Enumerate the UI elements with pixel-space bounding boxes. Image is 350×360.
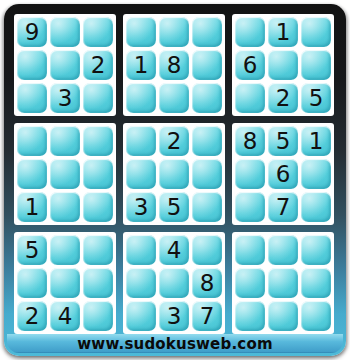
- cell-r1c1[interactable]: 9: [17, 17, 47, 47]
- cell-r7c5[interactable]: 4: [159, 235, 189, 265]
- cell-r7c1[interactable]: 5: [17, 235, 47, 265]
- cell-r9c3[interactable]: [83, 301, 113, 331]
- cell-r5c9[interactable]: [301, 159, 331, 189]
- cell-r6c8[interactable]: 7: [268, 192, 298, 222]
- cell-r4c9[interactable]: 1: [301, 126, 331, 156]
- cell-r5c7[interactable]: [235, 159, 265, 189]
- cell-r1c5[interactable]: [159, 17, 189, 47]
- box-r1c1: 923: [14, 14, 116, 116]
- cell-r5c8[interactable]: 6: [268, 159, 298, 189]
- cell-r9c7[interactable]: [235, 301, 265, 331]
- cell-r5c1[interactable]: [17, 159, 47, 189]
- cell-r2c6[interactable]: [192, 50, 222, 80]
- cell-r2c4[interactable]: 1: [126, 50, 156, 80]
- cell-r1c3[interactable]: [83, 17, 113, 47]
- cell-r5c5[interactable]: [159, 159, 189, 189]
- cell-r6c2[interactable]: [50, 192, 80, 222]
- cell-r7c6[interactable]: [192, 235, 222, 265]
- cell-r7c2[interactable]: [50, 235, 80, 265]
- cell-r7c3[interactable]: [83, 235, 113, 265]
- cell-r2c1[interactable]: [17, 50, 47, 80]
- cell-r2c3[interactable]: 2: [83, 50, 113, 80]
- cell-r4c2[interactable]: [50, 126, 80, 156]
- cell-r2c2[interactable]: [50, 50, 80, 80]
- cell-r4c1[interactable]: [17, 126, 47, 156]
- cell-r9c9[interactable]: [301, 301, 331, 331]
- box-r2c3: 85167: [232, 123, 334, 225]
- cell-r3c8[interactable]: 2: [268, 83, 298, 113]
- footer-url[interactable]: www.sudokusweb.com: [77, 335, 272, 353]
- cell-r3c4[interactable]: [126, 83, 156, 113]
- cell-r9c5[interactable]: 3: [159, 301, 189, 331]
- cell-r2c5[interactable]: 8: [159, 50, 189, 80]
- footer-band: www.sudokusweb.com: [7, 334, 343, 353]
- box-r3c3: [232, 232, 334, 334]
- box-r2c1: 1: [14, 123, 116, 225]
- box-r2c2: 235: [123, 123, 225, 225]
- cell-r9c1[interactable]: 2: [17, 301, 47, 331]
- cell-r6c6[interactable]: [192, 192, 222, 222]
- box-r3c2: 4837: [123, 232, 225, 334]
- cell-r1c7[interactable]: [235, 17, 265, 47]
- cell-r9c2[interactable]: 4: [50, 301, 80, 331]
- cell-r4c6[interactable]: [192, 126, 222, 156]
- cell-r2c9[interactable]: [301, 50, 331, 80]
- cell-r4c4[interactable]: [126, 126, 156, 156]
- cell-r7c8[interactable]: [268, 235, 298, 265]
- cell-r6c9[interactable]: [301, 192, 331, 222]
- cell-r1c2[interactable]: [50, 17, 80, 47]
- cell-r9c8[interactable]: [268, 301, 298, 331]
- cell-r1c4[interactable]: [126, 17, 156, 47]
- cell-r4c3[interactable]: [83, 126, 113, 156]
- cell-r8c8[interactable]: [268, 268, 298, 298]
- cell-r8c2[interactable]: [50, 268, 80, 298]
- cell-r5c2[interactable]: [50, 159, 80, 189]
- cell-r3c9[interactable]: 5: [301, 83, 331, 113]
- cell-r1c6[interactable]: [192, 17, 222, 47]
- cell-r1c8[interactable]: 1: [268, 17, 298, 47]
- cell-r8c7[interactable]: [235, 268, 265, 298]
- cell-r8c3[interactable]: [83, 268, 113, 298]
- cell-r8c5[interactable]: [159, 268, 189, 298]
- cell-r6c4[interactable]: 3: [126, 192, 156, 222]
- cell-r4c8[interactable]: 5: [268, 126, 298, 156]
- cell-r7c9[interactable]: [301, 235, 331, 265]
- cell-r5c3[interactable]: [83, 159, 113, 189]
- cell-r8c4[interactable]: [126, 268, 156, 298]
- cell-r5c4[interactable]: [126, 159, 156, 189]
- cell-r3c3[interactable]: [83, 83, 113, 113]
- cell-r9c6[interactable]: 7: [192, 301, 222, 331]
- box-r3c1: 524: [14, 232, 116, 334]
- cell-r8c6[interactable]: 8: [192, 268, 222, 298]
- cell-r3c5[interactable]: [159, 83, 189, 113]
- cell-r3c7[interactable]: [235, 83, 265, 113]
- box-r1c2: 18: [123, 14, 225, 116]
- cell-r2c8[interactable]: [268, 50, 298, 80]
- cell-r6c1[interactable]: 1: [17, 192, 47, 222]
- cell-r9c4[interactable]: [126, 301, 156, 331]
- cell-r4c5[interactable]: 2: [159, 126, 189, 156]
- cell-r3c6[interactable]: [192, 83, 222, 113]
- cell-r6c7[interactable]: [235, 192, 265, 222]
- cell-r8c1[interactable]: [17, 268, 47, 298]
- cell-r6c5[interactable]: 5: [159, 192, 189, 222]
- cell-r4c7[interactable]: 8: [235, 126, 265, 156]
- cell-r3c1[interactable]: [17, 83, 47, 113]
- cell-r2c7[interactable]: 6: [235, 50, 265, 80]
- cell-r1c9[interactable]: [301, 17, 331, 47]
- cell-r8c9[interactable]: [301, 268, 331, 298]
- cell-r5c6[interactable]: [192, 159, 222, 189]
- box-r1c3: 1625: [232, 14, 334, 116]
- cell-r7c7[interactable]: [235, 235, 265, 265]
- cell-r7c4[interactable]: [126, 235, 156, 265]
- cell-r6c3[interactable]: [83, 192, 113, 222]
- sudoku-page: 923 18 1625 1 235 85167 524 4837 www.sud…: [0, 0, 350, 360]
- sudoku-grid: 923 18 1625 1 235 85167 524 4837: [14, 14, 334, 334]
- board-frame: 923 18 1625 1 235 85167 524 4837 www.sud…: [4, 4, 346, 356]
- cell-r3c2[interactable]: 3: [50, 83, 80, 113]
